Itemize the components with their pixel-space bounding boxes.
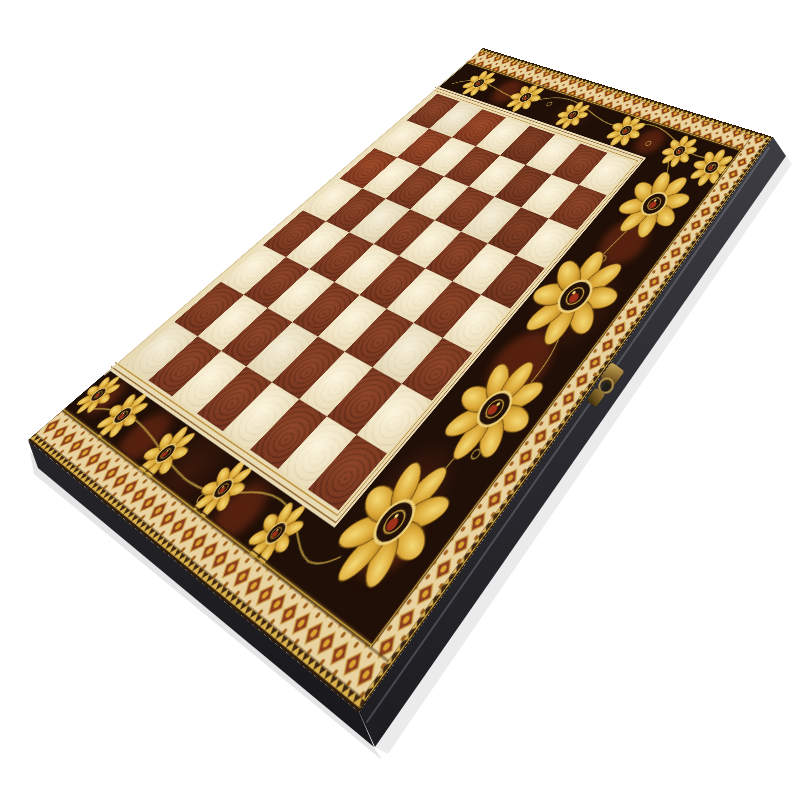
product-photo-scene <box>0 0 800 800</box>
box-lid-face <box>28 48 773 712</box>
